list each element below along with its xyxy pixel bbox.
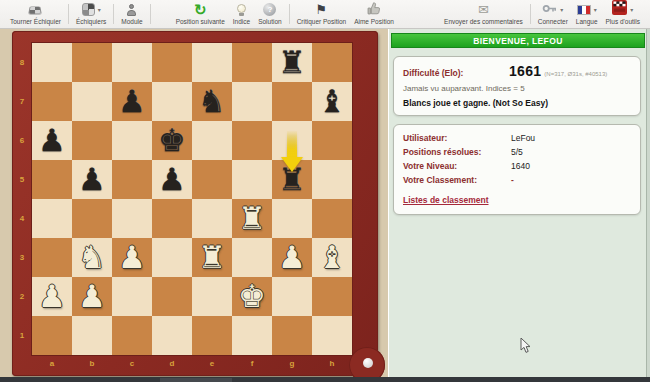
file-label-g: g (272, 355, 312, 375)
square-g7[interactable] (272, 82, 312, 121)
file-label-e: e (192, 355, 232, 375)
solution-icon: ? (263, 3, 276, 16)
square-a5[interactable] (32, 160, 72, 199)
black-pawn-b5[interactable]: ♟ (72, 160, 112, 199)
white-bishop-h3[interactable]: ♝ (312, 238, 352, 277)
square-a7[interactable] (32, 82, 72, 121)
next-position-icon: ↻ (194, 3, 207, 16)
user-row: Votre Niveau: 1640 (403, 161, 631, 171)
boards-icon (82, 3, 95, 16)
square-a2[interactable]: ♟ (32, 277, 72, 316)
solved-label: Positions résolues: (403, 147, 511, 157)
square-h2[interactable] (312, 277, 352, 316)
next-position-button[interactable]: ↻ Position suivante (172, 1, 229, 28)
chevron-down-icon: ▾ (630, 6, 633, 13)
square-d5[interactable]: ♟ (152, 160, 192, 199)
flag-icon: ⚑ (316, 3, 328, 16)
square-d4[interactable] (152, 199, 192, 238)
square-e2[interactable] (192, 277, 232, 316)
user-label: Utilisateur: (403, 133, 511, 143)
square-b5[interactable]: ♟ (72, 160, 112, 199)
flip-board-icon (29, 6, 43, 14)
hint-label: Indice (233, 18, 250, 25)
square-f6[interactable] (232, 121, 272, 160)
next-position-label: Position suivante (176, 18, 225, 25)
language-button[interactable]: ▾ Langue (572, 1, 602, 28)
language-label: Langue (576, 18, 598, 25)
bottom-bar-segment (160, 378, 232, 382)
module-icon (127, 4, 136, 16)
square-e3[interactable]: ♜ (192, 238, 232, 277)
toolbar-divider (68, 4, 69, 24)
send-comments-button[interactable]: ✉ Envoyer des commentaires (440, 1, 527, 28)
chevron-down-icon: ▾ (560, 6, 563, 13)
solution-button[interactable]: ? Solution (254, 1, 286, 28)
black-rook-g8[interactable]: ♜ (272, 43, 312, 82)
boards-button[interactable]: ▾ Échiquiers (72, 1, 110, 28)
square-e1[interactable] (192, 316, 232, 355)
square-b3[interactable]: ♞ (72, 238, 112, 277)
scrollbar-edge[interactable] (646, 29, 650, 377)
square-g3[interactable]: ♟ (272, 238, 312, 277)
ranking-lists-link[interactable]: Listes de classement (403, 195, 489, 205)
flip-board-button[interactable]: Tourner Échiquier (6, 1, 65, 28)
toolbar-divider (530, 4, 531, 24)
square-h1[interactable] (312, 316, 352, 355)
hint-bulb-icon (237, 4, 246, 16)
square-g2[interactable] (272, 277, 312, 316)
user-box: Utilisateur: LeFou Positions résolues: 5… (393, 124, 641, 215)
difficulty-box: Difficulté (Elo): 1661 (N=317, Ø31s, #40… (393, 56, 641, 116)
square-e7[interactable]: ♞ (192, 82, 232, 121)
seen-before-text: Jamais vu auparavant. Indices = 5 (403, 84, 631, 93)
more-tools-button[interactable]: ▾ Plus d'outils (602, 1, 644, 28)
toolbar-divider (289, 4, 290, 24)
square-g4[interactable] (272, 199, 312, 238)
square-a8[interactable] (32, 43, 72, 82)
file-label-a: a (32, 355, 72, 375)
chevron-down-icon: ▾ (594, 6, 597, 13)
black-pawn-a6[interactable]: ♟ (32, 121, 72, 160)
ranking-value: - (511, 175, 514, 185)
user-row: Utilisateur: LeFou (403, 133, 631, 143)
black-knight-e7[interactable]: ♞ (192, 82, 232, 121)
square-d7[interactable] (152, 82, 192, 121)
white-rook-e3[interactable]: ♜ (192, 238, 232, 277)
square-h6[interactable] (312, 121, 352, 160)
square-a1[interactable] (32, 316, 72, 355)
rank-label-2: 2 (12, 277, 32, 316)
black-pawn-c7[interactable]: ♟ (112, 82, 152, 121)
file-label-c: c (112, 355, 152, 375)
white-knight-b3[interactable]: ♞ (72, 238, 112, 277)
rank-label-6: 6 (12, 121, 32, 160)
square-f3[interactable] (232, 238, 272, 277)
square-c8[interactable] (112, 43, 152, 82)
square-f1[interactable] (232, 316, 272, 355)
welcome-banner: BIENVENUE, LEFOU (391, 33, 645, 48)
black-king-d6[interactable]: ♚ (152, 121, 192, 160)
rank-label-3: 3 (12, 238, 32, 277)
square-b6[interactable] (72, 121, 112, 160)
file-label-h: h (312, 355, 352, 375)
toolbar-divider (150, 4, 151, 24)
module-label: Module (121, 18, 142, 25)
file-label-b: b (72, 355, 112, 375)
square-h8[interactable] (312, 43, 352, 82)
white-king-f2[interactable]: ♚ (232, 277, 272, 316)
thumbs-up-icon (367, 1, 381, 19)
square-b8[interactable] (72, 43, 112, 82)
square-c7[interactable]: ♟ (112, 82, 152, 121)
level-value: 1640 (511, 161, 530, 171)
key-icon (542, 1, 557, 19)
mouse-cursor-icon (520, 338, 532, 354)
square-c3[interactable]: ♟ (112, 238, 152, 277)
square-g8[interactable]: ♜ (272, 43, 312, 82)
square-e8[interactable] (192, 43, 232, 82)
difficulty-elo-value: 1661 (509, 63, 541, 79)
white-pawn-c3[interactable]: ♟ (112, 238, 152, 277)
connect-button[interactable]: ▾ Connecter (534, 1, 572, 28)
chess-board[interactable]: ♜♟♞♝♟♚♟♟♜♜♞♟♜♟♝♟♟♚ (32, 43, 352, 355)
boards-label: Échiquiers (76, 18, 106, 25)
square-f5[interactable] (232, 160, 272, 199)
white-pawn-g3[interactable]: ♟ (272, 238, 312, 277)
chesstempo-logo-icon (612, 0, 627, 19)
difficulty-elo-meta: (N=317, Ø31s, #40513) (544, 71, 607, 77)
square-c5[interactable] (112, 160, 152, 199)
black-pawn-d5[interactable]: ♟ (152, 160, 192, 199)
connect-label: Connecter (538, 18, 568, 25)
square-b7[interactable] (72, 82, 112, 121)
file-label-f: f (232, 355, 272, 375)
user-row: Positions résolues: 5/5 (403, 147, 631, 157)
envelope-icon: ✉ (478, 3, 489, 16)
bottom-bar (0, 377, 650, 382)
square-f8[interactable] (232, 43, 272, 82)
rank-label-1: 1 (12, 316, 32, 355)
square-f4[interactable]: ♜ (232, 199, 272, 238)
square-c1[interactable] (112, 316, 152, 355)
square-a3[interactable] (32, 238, 72, 277)
side-to-move-text: Blancs joue et gagne. (Not So Easy) (403, 98, 631, 108)
square-g1[interactable] (272, 316, 312, 355)
flip-board-label: Tourner Échiquier (10, 18, 61, 25)
more-tools-label: Plus d'outils (606, 18, 640, 25)
rank-label-4: 4 (12, 199, 32, 238)
level-label: Votre Niveau: (403, 161, 511, 171)
square-f2[interactable]: ♚ (232, 277, 272, 316)
file-label-d: d (152, 355, 192, 375)
rank-label-7: 7 (12, 82, 32, 121)
square-h5[interactable] (312, 160, 352, 199)
square-h7[interactable]: ♝ (312, 82, 352, 121)
square-h4[interactable] (312, 199, 352, 238)
square-d2[interactable] (152, 277, 192, 316)
send-comments-label: Envoyer des commentaires (444, 18, 523, 25)
black-bishop-h7[interactable]: ♝ (312, 82, 352, 121)
square-d8[interactable] (152, 43, 192, 82)
white-pawn-a2[interactable]: ♟ (32, 277, 72, 316)
white-rook-f4[interactable]: ♜ (232, 199, 272, 238)
solved-value: 5/5 (511, 147, 523, 157)
square-a6[interactable]: ♟ (32, 121, 72, 160)
criticise-position-button[interactable]: ⚑ Critiquer Position (293, 1, 351, 28)
difficulty-label: Difficulté (Elo): (403, 68, 509, 78)
user-value: LeFou (511, 133, 535, 143)
square-a4[interactable] (32, 199, 72, 238)
white-pawn-b2[interactable]: ♟ (72, 277, 112, 316)
like-position-label: Aime Position (354, 18, 394, 25)
like-position-button[interactable]: Aime Position (350, 1, 398, 28)
square-c6[interactable] (112, 121, 152, 160)
file-labels: abcdefgh (32, 355, 352, 375)
square-e4[interactable] (192, 199, 232, 238)
square-c2[interactable] (112, 277, 152, 316)
toolbar: Tourner Échiquier ▾ Échiquiers Module ↻ … (0, 0, 650, 29)
side-panel: BIENVENUE, LEFOU Difficulté (Elo): 1661 … (388, 29, 650, 377)
square-e5[interactable] (192, 160, 232, 199)
square-e6[interactable] (192, 121, 232, 160)
square-h3[interactable]: ♝ (312, 238, 352, 277)
ranking-label: Votre Classement: (403, 175, 511, 185)
solution-label: Solution (258, 18, 282, 25)
square-b2[interactable]: ♟ (72, 277, 112, 316)
rank-labels: 87654321 (12, 43, 32, 355)
square-b1[interactable] (72, 316, 112, 355)
hint-button[interactable]: Indice (229, 1, 254, 28)
board-area: 87654321 abcdefgh ♜♟♞♝♟♚♟♟♜♜♞♟♜♟♝♟♟♚ (12, 31, 378, 376)
corner-ball-icon (363, 358, 373, 368)
module-button[interactable]: Module (117, 1, 146, 28)
square-f7[interactable] (232, 82, 272, 121)
french-flag-icon (577, 5, 591, 15)
square-d1[interactable] (152, 316, 192, 355)
user-row: Votre Classement: - (403, 175, 631, 185)
app-window: Tourner Échiquier ▾ Échiquiers Module ↻ … (0, 0, 650, 382)
square-c4[interactable] (112, 199, 152, 238)
square-d3[interactable] (152, 238, 192, 277)
square-b4[interactable] (72, 199, 112, 238)
square-d6[interactable]: ♚ (152, 121, 192, 160)
criticise-position-label: Critiquer Position (297, 18, 347, 25)
toolbar-divider (113, 4, 114, 24)
chevron-down-icon: ▾ (98, 6, 101, 13)
rank-label-5: 5 (12, 160, 32, 199)
rank-label-8: 8 (12, 43, 32, 82)
hint-arrow-icon (281, 131, 303, 172)
